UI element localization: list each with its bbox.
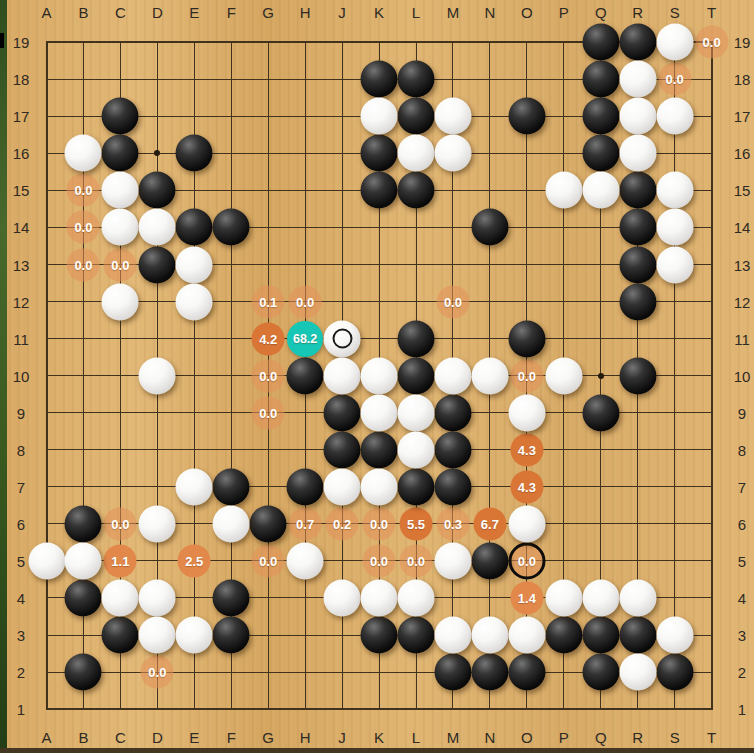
column-label: A (41, 4, 51, 21)
black-stone (398, 172, 435, 209)
white-stone (28, 542, 65, 579)
analysis-candidate[interactable]: 0.0 (436, 285, 469, 318)
white-stone (582, 172, 619, 209)
black-stone (434, 431, 471, 468)
white-stone (139, 505, 176, 542)
white-stone (65, 542, 102, 579)
board-grid-line (674, 41, 675, 710)
black-stone (582, 654, 619, 691)
white-stone (582, 579, 619, 616)
white-stone (361, 357, 398, 394)
analysis-candidate[interactable]: 0.0 (695, 26, 728, 59)
column-label: K (374, 729, 384, 746)
analysis-candidate[interactable]: 1.4 (510, 581, 543, 614)
row-label: 16 (734, 145, 751, 162)
analysis-candidate[interactable]: 0.0 (104, 248, 137, 281)
row-label: 8 (17, 441, 25, 458)
column-label: M (447, 729, 460, 746)
black-stone (139, 246, 176, 283)
white-stone (102, 172, 139, 209)
black-stone (619, 246, 656, 283)
row-label: 6 (17, 515, 25, 532)
white-stone (324, 320, 361, 357)
row-label: 7 (17, 478, 25, 495)
analysis-candidate[interactable]: 0.0 (252, 544, 285, 577)
column-label: M (447, 4, 460, 21)
row-label: 6 (738, 515, 746, 532)
row-label: 5 (738, 552, 746, 569)
column-label: P (559, 729, 569, 746)
column-label: N (484, 4, 495, 21)
white-stone (102, 579, 139, 616)
black-stone (287, 357, 324, 394)
black-stone (287, 468, 324, 505)
black-stone (582, 617, 619, 654)
black-stone (65, 505, 102, 542)
row-label: 9 (17, 404, 25, 421)
row-label: 4 (738, 589, 746, 606)
analysis-candidate[interactable]: 0.0 (400, 544, 433, 577)
analysis-candidate[interactable]: 5.5 (400, 507, 433, 540)
column-label: H (300, 4, 311, 21)
column-label: T (707, 4, 716, 21)
white-stone (508, 617, 545, 654)
black-stone (139, 172, 176, 209)
analysis-candidate[interactable]: 6.7 (473, 507, 506, 540)
black-stone (398, 468, 435, 505)
board-bottom-edge-strip (0, 748, 754, 753)
black-stone (65, 579, 102, 616)
row-label: 15 (734, 182, 751, 199)
column-label: K (374, 4, 384, 21)
row-label: 2 (17, 664, 25, 681)
black-stone (250, 505, 287, 542)
black-stone (361, 617, 398, 654)
row-label: 3 (17, 627, 25, 644)
analysis-candidate[interactable]: 0.0 (508, 542, 545, 579)
analysis-candidate[interactable]: 0.0 (363, 544, 396, 577)
column-label: B (78, 729, 88, 746)
black-stone (361, 135, 398, 172)
analysis-candidate[interactable]: 0.1 (252, 285, 285, 318)
white-stone (398, 135, 435, 172)
black-stone (582, 24, 619, 61)
row-label: 8 (738, 441, 746, 458)
black-stone (619, 24, 656, 61)
analysis-best-move[interactable]: 68.2 (287, 321, 323, 357)
row-label: 12 (13, 293, 30, 310)
black-stone (361, 61, 398, 98)
black-stone (545, 617, 582, 654)
edge-mark (0, 33, 4, 48)
white-stone (434, 135, 471, 172)
white-stone (656, 209, 693, 246)
column-label: N (484, 729, 495, 746)
black-stone (582, 61, 619, 98)
black-stone (434, 468, 471, 505)
white-stone (398, 394, 435, 431)
black-stone (619, 617, 656, 654)
black-stone (619, 283, 656, 320)
black-stone (582, 135, 619, 172)
row-label: 18 (734, 71, 751, 88)
row-label: 1 (738, 701, 746, 718)
black-stone (508, 654, 545, 691)
white-stone (619, 579, 656, 616)
black-stone (508, 320, 545, 357)
row-label: 19 (13, 34, 30, 51)
white-stone (434, 617, 471, 654)
column-label: O (521, 729, 533, 746)
white-stone (619, 61, 656, 98)
column-label: L (412, 4, 420, 21)
column-label: S (670, 4, 680, 21)
analysis-candidate[interactable]: 0.0 (67, 174, 100, 207)
row-label: 13 (734, 256, 751, 273)
white-stone (545, 172, 582, 209)
column-label: Q (595, 4, 607, 21)
row-label: 10 (13, 367, 30, 384)
white-stone (508, 394, 545, 431)
black-stone (398, 320, 435, 357)
row-label: 11 (734, 330, 750, 347)
white-stone (361, 394, 398, 431)
black-stone (361, 172, 398, 209)
column-label: D (152, 4, 163, 21)
black-stone (434, 394, 471, 431)
white-stone (471, 617, 508, 654)
white-stone (65, 135, 102, 172)
row-label: 12 (734, 293, 751, 310)
white-stone (139, 617, 176, 654)
column-label: C (115, 4, 126, 21)
black-stone (176, 135, 213, 172)
black-stone (471, 654, 508, 691)
column-label: H (300, 729, 311, 746)
black-stone (398, 617, 435, 654)
analysis-candidate[interactable]: 4.2 (252, 322, 285, 355)
row-label: 17 (13, 108, 30, 125)
column-label: J (338, 4, 346, 21)
column-label: S (670, 729, 680, 746)
column-label: G (262, 729, 274, 746)
white-stone (398, 579, 435, 616)
white-stone (361, 468, 398, 505)
black-stone (324, 431, 361, 468)
black-stone (102, 135, 139, 172)
column-label: E (189, 729, 199, 746)
analysis-candidate[interactable]: 0.2 (326, 507, 359, 540)
column-label: R (632, 729, 643, 746)
white-stone (545, 579, 582, 616)
white-stone (324, 357, 361, 394)
row-label: 7 (738, 478, 746, 495)
white-stone (213, 505, 250, 542)
black-stone (656, 654, 693, 691)
white-stone (471, 357, 508, 394)
white-stone (656, 246, 693, 283)
black-stone (176, 209, 213, 246)
black-stone (434, 654, 471, 691)
row-label: 1 (17, 701, 25, 718)
column-label: F (227, 729, 236, 746)
white-stone (656, 24, 693, 61)
analysis-candidate[interactable]: 4.3 (510, 433, 543, 466)
row-label: 18 (13, 71, 30, 88)
row-label: 9 (738, 404, 746, 421)
black-stone (213, 468, 250, 505)
white-stone (102, 283, 139, 320)
white-stone (434, 98, 471, 135)
black-stone (65, 654, 102, 691)
row-label: 3 (738, 627, 746, 644)
white-stone (176, 468, 213, 505)
analysis-candidate[interactable]: 0.0 (363, 507, 396, 540)
analysis-candidate[interactable]: 0.0 (104, 507, 137, 540)
column-label: L (412, 729, 420, 746)
row-label: 2 (738, 664, 746, 681)
white-stone (176, 246, 213, 283)
white-stone (324, 468, 361, 505)
white-stone (434, 542, 471, 579)
analysis-candidate[interactable]: 0.0 (510, 359, 543, 392)
black-stone (619, 172, 656, 209)
white-stone (656, 617, 693, 654)
white-stone (656, 98, 693, 135)
analysis-candidate[interactable]: 0.0 (289, 285, 322, 318)
column-label: O (521, 4, 533, 21)
white-stone (361, 579, 398, 616)
analysis-candidate[interactable]: 0.0 (252, 396, 285, 429)
white-stone (324, 579, 361, 616)
analysis-candidate[interactable]: 0.0 (67, 248, 100, 281)
analysis-candidate[interactable]: 0.0 (141, 656, 174, 689)
analysis-candidate[interactable]: 0.3 (436, 507, 469, 540)
column-label: J (338, 729, 346, 746)
star-point (154, 150, 160, 156)
row-label: 19 (734, 34, 751, 51)
analysis-candidate[interactable]: 4.3 (510, 470, 543, 503)
white-stone (434, 357, 471, 394)
white-stone (619, 654, 656, 691)
board-grid-line (46, 708, 713, 710)
analysis-candidate[interactable]: 0.0 (252, 359, 285, 392)
column-label: F (227, 4, 236, 21)
analysis-candidate[interactable]: 0.7 (289, 507, 322, 540)
white-stone (176, 283, 213, 320)
row-label: 4 (17, 589, 25, 606)
go-board[interactable]: AABBCCDDEEFFGGHHJJKKLLMMNNOOPPQQRRSSTT19… (0, 0, 754, 753)
black-stone (619, 209, 656, 246)
black-stone (213, 579, 250, 616)
board-left-edge-strip (0, 0, 7, 753)
column-label: R (632, 4, 643, 21)
black-stone (102, 98, 139, 135)
last-move-marker (332, 329, 352, 349)
row-label: 16 (13, 145, 30, 162)
black-stone (619, 357, 656, 394)
black-stone (102, 617, 139, 654)
column-label: D (152, 729, 163, 746)
black-stone (213, 617, 250, 654)
black-stone (398, 61, 435, 98)
white-stone (508, 505, 545, 542)
star-point (598, 373, 604, 379)
white-stone (398, 431, 435, 468)
column-label: B (78, 4, 88, 21)
row-label: 14 (13, 219, 30, 236)
analysis-candidate[interactable]: 0.0 (658, 63, 691, 96)
white-stone (139, 209, 176, 246)
row-label: 11 (13, 330, 29, 347)
white-stone (361, 98, 398, 135)
row-label: 13 (13, 256, 30, 273)
black-stone (582, 394, 619, 431)
column-label: T (707, 729, 716, 746)
white-stone (139, 357, 176, 394)
column-label: G (262, 4, 274, 21)
white-stone (102, 209, 139, 246)
white-stone (619, 135, 656, 172)
black-stone (582, 98, 619, 135)
white-stone (656, 172, 693, 209)
black-stone (471, 542, 508, 579)
black-stone (213, 209, 250, 246)
row-label: 5 (17, 552, 25, 569)
column-label: P (559, 4, 569, 21)
column-label: Q (595, 729, 607, 746)
column-label: E (189, 4, 199, 21)
black-stone (398, 98, 435, 135)
row-label: 10 (734, 367, 751, 384)
row-label: 14 (734, 219, 751, 236)
column-label: C (115, 729, 126, 746)
analysis-candidate[interactable]: 2.5 (178, 544, 211, 577)
black-stone (361, 431, 398, 468)
white-stone (287, 542, 324, 579)
white-stone (545, 357, 582, 394)
black-stone (324, 394, 361, 431)
analysis-candidate[interactable]: 0.0 (67, 211, 100, 244)
white-stone (176, 617, 213, 654)
black-stone (398, 357, 435, 394)
white-stone (619, 98, 656, 135)
white-stone (139, 579, 176, 616)
board-grid-line (711, 41, 713, 710)
black-stone (471, 209, 508, 246)
column-label: A (41, 729, 51, 746)
row-label: 15 (13, 182, 30, 199)
black-stone (508, 98, 545, 135)
analysis-candidate[interactable]: 1.1 (104, 544, 137, 577)
row-label: 17 (734, 108, 751, 125)
